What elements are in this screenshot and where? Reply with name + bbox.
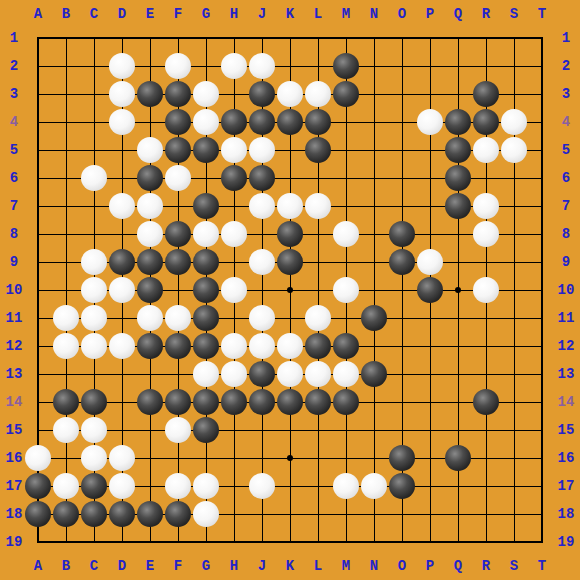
white-stone-j12[interactable] [249, 333, 275, 359]
white-stone-c15[interactable] [81, 417, 107, 443]
row-label-left: 1 [3, 29, 25, 47]
black-stone-f8[interactable] [165, 221, 191, 247]
white-stone-l13[interactable] [305, 361, 331, 387]
white-stone-c11[interactable] [81, 305, 107, 331]
white-stone-p4[interactable] [417, 109, 443, 135]
column-label-bottom: O [391, 557, 413, 575]
white-stone-h10[interactable] [221, 277, 247, 303]
white-stone-g3[interactable] [193, 81, 219, 107]
star-point-k10 [287, 287, 293, 293]
black-stone-f9[interactable] [165, 249, 191, 275]
white-stone-h12[interactable] [221, 333, 247, 359]
row-label-left: 7 [3, 197, 25, 215]
white-stone-r7[interactable] [473, 193, 499, 219]
row-label-right: 19 [555, 533, 577, 551]
black-stone-r4[interactable] [473, 109, 499, 135]
white-stone-m17[interactable] [333, 473, 359, 499]
white-stone-g18[interactable] [193, 501, 219, 527]
column-label-top: N [363, 5, 385, 23]
black-stone-c14[interactable] [81, 389, 107, 415]
black-stone-o9[interactable] [389, 249, 415, 275]
white-stone-k7[interactable] [277, 193, 303, 219]
black-stone-e18[interactable] [137, 501, 163, 527]
white-stone-d2[interactable] [109, 53, 135, 79]
white-stone-a16[interactable] [25, 445, 51, 471]
white-stone-j11[interactable] [249, 305, 275, 331]
white-stone-k3[interactable] [277, 81, 303, 107]
column-label-top: C [83, 5, 105, 23]
row-label-left: 10 [3, 281, 25, 299]
row-label-right: 8 [555, 225, 577, 243]
white-stone-l11[interactable] [305, 305, 331, 331]
column-label-top: M [335, 5, 357, 23]
white-stone-e5[interactable] [137, 137, 163, 163]
white-stone-f11[interactable] [165, 305, 191, 331]
row-label-left: 3 [3, 85, 25, 103]
black-stone-g14[interactable] [193, 389, 219, 415]
row-label-left: 4 [3, 113, 25, 131]
white-stone-n17[interactable] [361, 473, 387, 499]
black-stone-e6[interactable] [137, 165, 163, 191]
column-label-top: F [167, 5, 189, 23]
white-stone-b15[interactable] [53, 417, 79, 443]
row-label-left: 16 [3, 449, 25, 467]
black-stone-m12[interactable] [333, 333, 359, 359]
black-stone-b14[interactable] [53, 389, 79, 415]
white-stone-r8[interactable] [473, 221, 499, 247]
black-stone-f14[interactable] [165, 389, 191, 415]
row-label-right: 4 [555, 113, 577, 131]
black-stone-r3[interactable] [473, 81, 499, 107]
black-stone-f18[interactable] [165, 501, 191, 527]
row-label-right: 18 [555, 505, 577, 523]
column-label-bottom: C [83, 557, 105, 575]
black-stone-c18[interactable] [81, 501, 107, 527]
row-label-right: 11 [555, 309, 577, 327]
column-label-top: Q [447, 5, 469, 23]
white-stone-f6[interactable] [165, 165, 191, 191]
black-stone-k8[interactable] [277, 221, 303, 247]
white-stone-r5[interactable] [473, 137, 499, 163]
white-stone-f17[interactable] [165, 473, 191, 499]
white-stone-e8[interactable] [137, 221, 163, 247]
row-label-left: 12 [3, 337, 25, 355]
column-label-bottom: S [503, 557, 525, 575]
black-stone-e9[interactable] [137, 249, 163, 275]
white-stone-b11[interactable] [53, 305, 79, 331]
white-stone-m10[interactable] [333, 277, 359, 303]
white-stone-c9[interactable] [81, 249, 107, 275]
row-label-right: 6 [555, 169, 577, 187]
white-stone-f15[interactable] [165, 417, 191, 443]
black-stone-n11[interactable] [361, 305, 387, 331]
column-label-bottom: K [279, 557, 301, 575]
row-label-right: 10 [555, 281, 577, 299]
column-label-top: D [111, 5, 133, 23]
row-label-left: 11 [3, 309, 25, 327]
white-stone-j7[interactable] [249, 193, 275, 219]
grid-line-horizontal [37, 318, 543, 319]
row-label-right: 14 [555, 393, 577, 411]
black-stone-d18[interactable] [109, 501, 135, 527]
row-label-left: 5 [3, 141, 25, 159]
black-stone-f3[interactable] [165, 81, 191, 107]
column-label-top: A [27, 5, 49, 23]
row-label-left: 14 [3, 393, 25, 411]
black-stone-f12[interactable] [165, 333, 191, 359]
black-stone-f4[interactable] [165, 109, 191, 135]
row-label-right: 3 [555, 85, 577, 103]
row-label-right: 12 [555, 337, 577, 355]
column-label-bottom: T [531, 557, 553, 575]
black-stone-l4[interactable] [305, 109, 331, 135]
black-stone-f5[interactable] [165, 137, 191, 163]
column-label-bottom: B [55, 557, 77, 575]
black-stone-c17[interactable] [81, 473, 107, 499]
white-stone-d17[interactable] [109, 473, 135, 499]
row-label-left: 6 [3, 169, 25, 187]
black-stone-k14[interactable] [277, 389, 303, 415]
black-stone-q16[interactable] [445, 445, 471, 471]
grid-line-vertical [541, 37, 543, 543]
white-stone-h5[interactable] [221, 137, 247, 163]
white-stone-k13[interactable] [277, 361, 303, 387]
black-stone-e12[interactable] [137, 333, 163, 359]
column-label-bottom: M [335, 557, 357, 575]
white-stone-g17[interactable] [193, 473, 219, 499]
row-label-left: 18 [3, 505, 25, 523]
black-stone-j6[interactable] [249, 165, 275, 191]
go-board: AABBCCDDEEFFGGHHJJKKLLMMNNOOPPQQRRSSTT11… [0, 0, 580, 580]
black-stone-a18[interactable] [25, 501, 51, 527]
black-stone-q4[interactable] [445, 109, 471, 135]
column-label-bottom: H [223, 557, 245, 575]
white-stone-d3[interactable] [109, 81, 135, 107]
white-stone-g8[interactable] [193, 221, 219, 247]
black-stone-q6[interactable] [445, 165, 471, 191]
black-stone-g15[interactable] [193, 417, 219, 443]
black-stone-k4[interactable] [277, 109, 303, 135]
black-stone-j4[interactable] [249, 109, 275, 135]
white-stone-d4[interactable] [109, 109, 135, 135]
white-stone-b17[interactable] [53, 473, 79, 499]
white-stone-c6[interactable] [81, 165, 107, 191]
row-label-left: 13 [3, 365, 25, 383]
white-stone-d10[interactable] [109, 277, 135, 303]
black-stone-m14[interactable] [333, 389, 359, 415]
black-stone-m2[interactable] [333, 53, 359, 79]
black-stone-l14[interactable] [305, 389, 331, 415]
column-label-top: R [475, 5, 497, 23]
column-label-bottom: Q [447, 557, 469, 575]
white-stone-k12[interactable] [277, 333, 303, 359]
column-label-bottom: R [475, 557, 497, 575]
black-stone-j14[interactable] [249, 389, 275, 415]
black-stone-q5[interactable] [445, 137, 471, 163]
black-stone-e3[interactable] [137, 81, 163, 107]
black-stone-m3[interactable] [333, 81, 359, 107]
grid-line-horizontal [37, 430, 543, 431]
white-stone-e7[interactable] [137, 193, 163, 219]
row-label-right: 1 [555, 29, 577, 47]
white-stone-e11[interactable] [137, 305, 163, 331]
black-stone-g9[interactable] [193, 249, 219, 275]
white-stone-h2[interactable] [221, 53, 247, 79]
column-label-bottom: N [363, 557, 385, 575]
column-label-bottom: P [419, 557, 441, 575]
column-label-top: E [139, 5, 161, 23]
column-label-bottom: G [195, 557, 217, 575]
column-label-top: J [251, 5, 273, 23]
column-label-top: H [223, 5, 245, 23]
column-label-top: O [391, 5, 413, 23]
column-label-bottom: D [111, 557, 133, 575]
black-stone-r14[interactable] [473, 389, 499, 415]
column-label-bottom: F [167, 557, 189, 575]
black-stone-g5[interactable] [193, 137, 219, 163]
row-label-left: 19 [3, 533, 25, 551]
row-label-left: 2 [3, 57, 25, 75]
white-stone-d12[interactable] [109, 333, 135, 359]
white-stone-s4[interactable] [501, 109, 527, 135]
white-stone-h13[interactable] [221, 361, 247, 387]
black-stone-j13[interactable] [249, 361, 275, 387]
black-stone-o8[interactable] [389, 221, 415, 247]
column-label-top: L [307, 5, 329, 23]
white-stone-j2[interactable] [249, 53, 275, 79]
black-stone-l12[interactable] [305, 333, 331, 359]
white-stone-p9[interactable] [417, 249, 443, 275]
column-label-top: P [419, 5, 441, 23]
black-stone-j3[interactable] [249, 81, 275, 107]
row-label-right: 5 [555, 141, 577, 159]
black-stone-b18[interactable] [53, 501, 79, 527]
white-stone-c12[interactable] [81, 333, 107, 359]
black-stone-g7[interactable] [193, 193, 219, 219]
black-stone-g11[interactable] [193, 305, 219, 331]
star-point-k16 [287, 455, 293, 461]
white-stone-h8[interactable] [221, 221, 247, 247]
black-stone-g10[interactable] [193, 277, 219, 303]
black-stone-p10[interactable] [417, 277, 443, 303]
black-stone-q7[interactable] [445, 193, 471, 219]
column-label-top: G [195, 5, 217, 23]
black-stone-e14[interactable] [137, 389, 163, 415]
grid-line-vertical [374, 37, 375, 543]
black-stone-e10[interactable] [137, 277, 163, 303]
black-stone-d9[interactable] [109, 249, 135, 275]
white-stone-m13[interactable] [333, 361, 359, 387]
white-stone-l7[interactable] [305, 193, 331, 219]
column-label-bottom: A [27, 557, 49, 575]
row-label-right: 2 [555, 57, 577, 75]
white-stone-m8[interactable] [333, 221, 359, 247]
white-stone-j17[interactable] [249, 473, 275, 499]
row-label-right: 7 [555, 197, 577, 215]
row-label-right: 15 [555, 421, 577, 439]
white-stone-j5[interactable] [249, 137, 275, 163]
column-label-bottom: L [307, 557, 329, 575]
row-label-right: 16 [555, 449, 577, 467]
row-label-right: 13 [555, 365, 577, 383]
row-label-left: 17 [3, 477, 25, 495]
row-label-left: 15 [3, 421, 25, 439]
grid-line-horizontal [37, 541, 543, 543]
white-stone-g4[interactable] [193, 109, 219, 135]
black-stone-k9[interactable] [277, 249, 303, 275]
white-stone-r10[interactable] [473, 277, 499, 303]
row-label-right: 9 [555, 253, 577, 271]
white-stone-s5[interactable] [501, 137, 527, 163]
star-point-q10 [455, 287, 461, 293]
column-label-bottom: J [251, 557, 273, 575]
white-stone-b12[interactable] [53, 333, 79, 359]
white-stone-g13[interactable] [193, 361, 219, 387]
row-label-right: 17 [555, 477, 577, 495]
row-label-left: 8 [3, 225, 25, 243]
black-stone-n13[interactable] [361, 361, 387, 387]
white-stone-c10[interactable] [81, 277, 107, 303]
black-stone-o17[interactable] [389, 473, 415, 499]
white-stone-l3[interactable] [305, 81, 331, 107]
column-label-top: B [55, 5, 77, 23]
white-stone-f2[interactable] [165, 53, 191, 79]
black-stone-a17[interactable] [25, 473, 51, 499]
black-stone-o16[interactable] [389, 445, 415, 471]
black-stone-l5[interactable] [305, 137, 331, 163]
white-stone-j9[interactable] [249, 249, 275, 275]
white-stone-d16[interactable] [109, 445, 135, 471]
black-stone-h6[interactable] [221, 165, 247, 191]
black-stone-h4[interactable] [221, 109, 247, 135]
white-stone-c16[interactable] [81, 445, 107, 471]
column-label-bottom: E [139, 557, 161, 575]
white-stone-d7[interactable] [109, 193, 135, 219]
black-stone-h14[interactable] [221, 389, 247, 415]
column-label-top: K [279, 5, 301, 23]
column-label-top: S [503, 5, 525, 23]
black-stone-g12[interactable] [193, 333, 219, 359]
row-label-left: 9 [3, 253, 25, 271]
column-label-top: T [531, 5, 553, 23]
